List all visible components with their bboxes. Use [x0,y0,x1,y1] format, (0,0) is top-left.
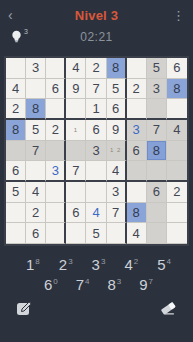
cell-r9c3[interactable] [46,223,66,244]
cell-r7c9[interactable]: 2 [167,182,187,203]
cell-r4c7[interactable]: 3 [127,120,147,141]
cell-r1c4[interactable]: 4 [66,58,86,79]
cell-r3c4[interactable] [66,99,86,120]
back-icon[interactable]: ‹ [8,8,22,22]
cell-r4c8[interactable]: 7 [147,120,167,141]
cell-r7c2[interactable]: 4 [26,182,46,203]
cell-r9c4[interactable] [66,223,86,244]
cell-r3c6[interactable]: 6 [107,99,127,120]
cell-r5c7[interactable]: 6 [127,141,147,162]
cell-r9c1[interactable] [6,223,26,244]
numpad-4[interactable]: 42 [124,257,138,272]
numpad-3-remaining: 3 [101,257,105,266]
cell-r3c1[interactable]: 2 [6,99,26,120]
cell-r3c3[interactable] [46,99,66,120]
numpad-5-remaining: 4 [167,257,171,266]
cell-r2c6[interactable]: 5 [107,79,127,100]
cell-r5c4[interactable] [66,141,86,162]
eraser-button[interactable] [159,300,177,321]
cell-r6c8[interactable] [147,161,167,182]
cell-r6c2[interactable] [26,161,46,182]
menu-dots-icon[interactable]: ⋮ [171,8,185,23]
cell-r4c1[interactable]: 8 [6,120,26,141]
cell-r4c3[interactable]: 2 [46,120,66,141]
tool-bar [0,300,193,321]
cell-r8c8[interactable] [147,203,167,224]
cell-r8c2[interactable]: 2 [26,203,46,224]
cell-r5c8[interactable]: 8 [147,141,167,162]
cell-r5c1[interactable] [6,141,26,162]
cell-r5c6[interactable]: 1 2 [107,141,127,162]
numpad-1-remaining: 8 [35,257,39,266]
cell-r8c6[interactable]: 7 [107,203,127,224]
cell-r3c2[interactable]: 8 [26,99,46,120]
cell-r2c7[interactable]: 2 [127,79,147,100]
numpad-7[interactable]: 74 [76,277,90,292]
notes-pencil-button[interactable] [16,300,33,321]
cell-r9c7[interactable]: 4 [127,223,147,244]
cell-r1c8[interactable]: 5 [147,58,167,79]
cell-r9c2[interactable]: 6 [26,223,46,244]
cell-r9c6[interactable] [107,223,127,244]
numpad-2[interactable]: 23 [59,257,73,272]
cell-r7c5[interactable] [86,182,106,203]
cell-r5c5[interactable]: 3 [86,141,106,162]
cell-r5c2[interactable]: 7 [26,141,46,162]
cell-r5c3[interactable] [46,141,66,162]
cell-r2c1[interactable]: 4 [6,79,26,100]
numpad-6-remaining: 0 [53,277,57,286]
header: ‹ Nivel 3 ⋮ [0,0,193,26]
numpad-2-remaining: 3 [68,257,72,266]
cell-r2c2[interactable] [26,79,46,100]
cell-r9c8[interactable] [147,223,167,244]
cell-r6c1[interactable]: 6 [6,161,26,182]
cell-r6c9[interactable] [167,161,187,182]
numpad-9[interactable]: 97 [139,277,153,292]
cell-r5c9[interactable] [167,141,187,162]
numpad-1[interactable]: 18 [26,257,40,272]
cell-r2c4[interactable]: 9 [66,79,86,100]
cell-r6c7[interactable] [127,161,147,182]
numpad-9-remaining: 7 [149,277,153,286]
cell-r4c2[interactable]: 5 [26,120,46,141]
cell-r8c7[interactable]: 8 [127,203,147,224]
numpad-row-1: 1823334254 [0,257,193,272]
numpad-8[interactable]: 83 [107,277,121,292]
numpad-row-2: 60748397 [0,277,193,292]
status-row: 3 02:21 [0,28,193,52]
cell-r6c5[interactable] [86,161,106,182]
cell-r2c5[interactable]: 7 [86,79,106,100]
cell-r6c6[interactable]: 4 [107,161,127,182]
cell-r9c5[interactable]: 5 [86,223,106,244]
cell-r8c3[interactable] [46,203,66,224]
cell-r7c3[interactable] [46,182,66,203]
cell-r3c5[interactable]: 1 [86,99,106,120]
cell-r8c4[interactable]: 6 [66,203,86,224]
cell-r1c9[interactable]: 6 [167,58,187,79]
cell-r9c9[interactable] [167,223,187,244]
cell-r3c8[interactable] [147,99,167,120]
cell-r1c1[interactable] [6,58,26,79]
cell-r6c4[interactable]: 7 [66,161,86,182]
cell-r1c7[interactable] [127,58,147,79]
numpad-6[interactable]: 60 [44,277,58,292]
cell-r8c5[interactable]: 4 [86,203,106,224]
cell-r7c4[interactable] [66,182,86,203]
page-title: Nivel 3 [75,8,118,23]
cell-r4c9[interactable]: 4 [167,120,187,141]
cell-r2c8[interactable]: 3 [147,79,167,100]
numpad-8-remaining: 3 [117,277,121,286]
cell-r1c5[interactable]: 2 [86,58,106,79]
cell-r6c3[interactable]: 3 [46,161,66,182]
numpad-5[interactable]: 54 [157,257,171,272]
cell-r1c6[interactable]: 8 [107,58,127,79]
cell-r4c4[interactable]: 1 [66,120,86,141]
cell-r3c9[interactable] [167,99,187,120]
number-pad: 1823334254 60748397 [0,257,193,292]
numpad-4-remaining: 2 [134,257,138,266]
cell-r7c1[interactable]: 5 [6,182,26,203]
cell-r1c2[interactable]: 3 [26,58,46,79]
numpad-3[interactable]: 33 [92,257,106,272]
cell-r7c7[interactable] [127,182,147,203]
cell-r3c7[interactable] [127,99,147,120]
game-timer: 02:21 [0,30,193,44]
cell-r7c6[interactable]: 3 [107,182,127,203]
cell-r4c5[interactable]: 6 [86,120,106,141]
cell-r7c8[interactable]: 6 [147,182,167,203]
cell-r8c1[interactable] [6,203,26,224]
cell-r2c9[interactable]: 8 [167,79,187,100]
cell-r2c3[interactable]: 6 [46,79,66,100]
numpad-7-remaining: 4 [85,277,89,286]
cell-r1c3[interactable] [46,58,66,79]
sudoku-grid: 342856469752382816852169374731 268637454… [4,56,189,246]
cell-r4c6[interactable]: 9 [107,120,127,141]
cell-r8c9[interactable] [167,203,187,224]
